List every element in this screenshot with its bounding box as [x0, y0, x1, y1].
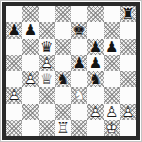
square-f8[interactable]: [87, 6, 103, 22]
black-piece-glyph: ♚: [72, 22, 85, 38]
white-piece-outline: ♙: [40, 55, 53, 71]
square-h2[interactable]: ♟♙: [120, 104, 136, 120]
square-f6[interactable]: ♟: [87, 39, 103, 55]
black-piece-glyph: ♞: [89, 71, 102, 87]
white-king-icon: ♚♔: [104, 120, 120, 136]
square-d2[interactable]: [55, 104, 71, 120]
square-f1[interactable]: [87, 120, 103, 136]
square-h3[interactable]: [120, 87, 136, 103]
white-pawn-icon: ♟♙: [6, 87, 22, 103]
square-f2[interactable]: ♟♙: [87, 104, 103, 120]
black-queen-icon: ♛: [39, 39, 55, 55]
square-e3[interactable]: ♞♘: [71, 87, 87, 103]
black-king-icon: ♚: [71, 22, 87, 38]
white-queen-icon: ♛♕: [39, 71, 55, 87]
white-rook-icon: ♜♖: [55, 120, 71, 136]
square-h6[interactable]: [120, 39, 136, 55]
black-rook-icon: ♜: [120, 6, 136, 22]
square-c6[interactable]: ♛: [39, 39, 55, 55]
white-piece-outline: ♙: [24, 71, 37, 87]
black-piece-glyph: ♟: [89, 39, 102, 55]
square-d7[interactable]: [55, 22, 71, 38]
square-c7[interactable]: [39, 22, 55, 38]
square-g3[interactable]: [104, 87, 120, 103]
black-knight-icon: ♞: [55, 71, 71, 87]
square-h5[interactable]: [120, 55, 136, 71]
white-pawn-icon: ♟♙: [39, 55, 55, 71]
square-g8[interactable]: [104, 6, 120, 22]
square-b2[interactable]: [22, 104, 38, 120]
square-c8[interactable]: [39, 6, 55, 22]
square-c1[interactable]: [39, 120, 55, 136]
white-piece-outline: ♕: [40, 71, 53, 87]
white-piece-outline: ♙: [7, 87, 20, 103]
black-pawn-icon: ♟: [71, 55, 87, 71]
square-h7[interactable]: [120, 22, 136, 38]
square-d4[interactable]: ♞: [55, 71, 71, 87]
black-piece-glyph: ♞: [56, 71, 69, 87]
white-pawn-icon: ♟♙: [104, 104, 120, 120]
square-c5[interactable]: ♟♙: [39, 55, 55, 71]
square-e2[interactable]: [71, 104, 87, 120]
white-piece-outline: ♔: [105, 120, 118, 136]
square-c3[interactable]: [39, 87, 55, 103]
square-h4[interactable]: [120, 71, 136, 87]
black-piece-glyph: ♛: [40, 39, 53, 55]
square-g2[interactable]: ♟♙: [104, 104, 120, 120]
square-c2[interactable]: [39, 104, 55, 120]
white-pawn-icon: ♟♙: [87, 104, 103, 120]
square-e6[interactable]: [71, 39, 87, 55]
board-frame: ♜♟♟♚♛♟♟♟♙♟♟♟♙♛♕♞♞♟♙♞♘♟♙♟♙♟♙♜♖♚♔: [2, 2, 140, 140]
square-f3[interactable]: [87, 87, 103, 103]
white-piece-outline: ♙: [105, 104, 118, 120]
black-piece-glyph: ♜: [121, 6, 134, 22]
black-piece-glyph: ♟: [89, 55, 102, 71]
square-a1[interactable]: [6, 120, 22, 136]
black-pawn-icon: ♟: [104, 39, 120, 55]
square-b8[interactable]: [22, 6, 38, 22]
black-pawn-icon: ♟: [87, 39, 103, 55]
square-g1[interactable]: ♚♔: [104, 120, 120, 136]
black-pawn-icon: ♟: [87, 55, 103, 71]
square-d3[interactable]: [55, 87, 71, 103]
black-piece-glyph: ♟: [72, 55, 85, 71]
square-f4[interactable]: ♞: [87, 71, 103, 87]
white-pawn-icon: ♟♙: [22, 71, 38, 87]
square-g5[interactable]: [104, 55, 120, 71]
square-f5[interactable]: ♟: [87, 55, 103, 71]
square-e4[interactable]: [71, 71, 87, 87]
square-e8[interactable]: [71, 6, 87, 22]
chess-diagram: ♜♟♟♚♛♟♟♟♙♟♟♟♙♛♕♞♞♟♙♞♘♟♙♟♙♟♙♜♖♚♔: [0, 0, 142, 142]
square-b4[interactable]: ♟♙: [22, 71, 38, 87]
square-h8[interactable]: ♜: [120, 6, 136, 22]
square-h1[interactable]: [120, 120, 136, 136]
square-b7[interactable]: ♟: [22, 22, 38, 38]
white-piece-outline: ♖: [56, 120, 69, 136]
square-e1[interactable]: [71, 120, 87, 136]
square-a7[interactable]: ♟: [6, 22, 22, 38]
white-knight-icon: ♞♘: [71, 87, 87, 103]
square-a8[interactable]: [6, 6, 22, 22]
square-c4[interactable]: ♛♕: [39, 71, 55, 87]
square-d1[interactable]: ♜♖: [55, 120, 71, 136]
square-f7[interactable]: [87, 22, 103, 38]
square-e7[interactable]: ♚: [71, 22, 87, 38]
white-piece-outline: ♙: [89, 104, 102, 120]
black-pawn-icon: ♟: [6, 22, 22, 38]
square-d8[interactable]: [55, 6, 71, 22]
black-knight-icon: ♞: [87, 71, 103, 87]
white-piece-outline: ♘: [72, 87, 85, 103]
square-a4[interactable]: [6, 71, 22, 87]
black-piece-glyph: ♟: [7, 22, 20, 38]
square-g7[interactable]: [104, 22, 120, 38]
square-a3[interactable]: ♟♙: [6, 87, 22, 103]
square-d5[interactable]: [55, 55, 71, 71]
square-g4[interactable]: [104, 71, 120, 87]
square-a2[interactable]: [6, 104, 22, 120]
square-a6[interactable]: [6, 39, 22, 55]
square-d6[interactable]: [55, 39, 71, 55]
black-piece-glyph: ♟: [24, 22, 37, 38]
square-e5[interactable]: ♟: [71, 55, 87, 71]
square-g6[interactable]: ♟: [104, 39, 120, 55]
white-pawn-icon: ♟♙: [120, 104, 136, 120]
black-piece-glyph: ♟: [105, 39, 118, 55]
square-b6[interactable]: [22, 39, 38, 55]
square-b1[interactable]: [22, 120, 38, 136]
square-a5[interactable]: [6, 55, 22, 71]
square-b5[interactable]: [22, 55, 38, 71]
square-b3[interactable]: [22, 87, 38, 103]
black-pawn-icon: ♟: [22, 22, 38, 38]
white-piece-outline: ♙: [121, 104, 134, 120]
chess-board: ♜♟♟♚♛♟♟♟♙♟♟♟♙♛♕♞♞♟♙♞♘♟♙♟♙♟♙♜♖♚♔: [6, 6, 136, 136]
